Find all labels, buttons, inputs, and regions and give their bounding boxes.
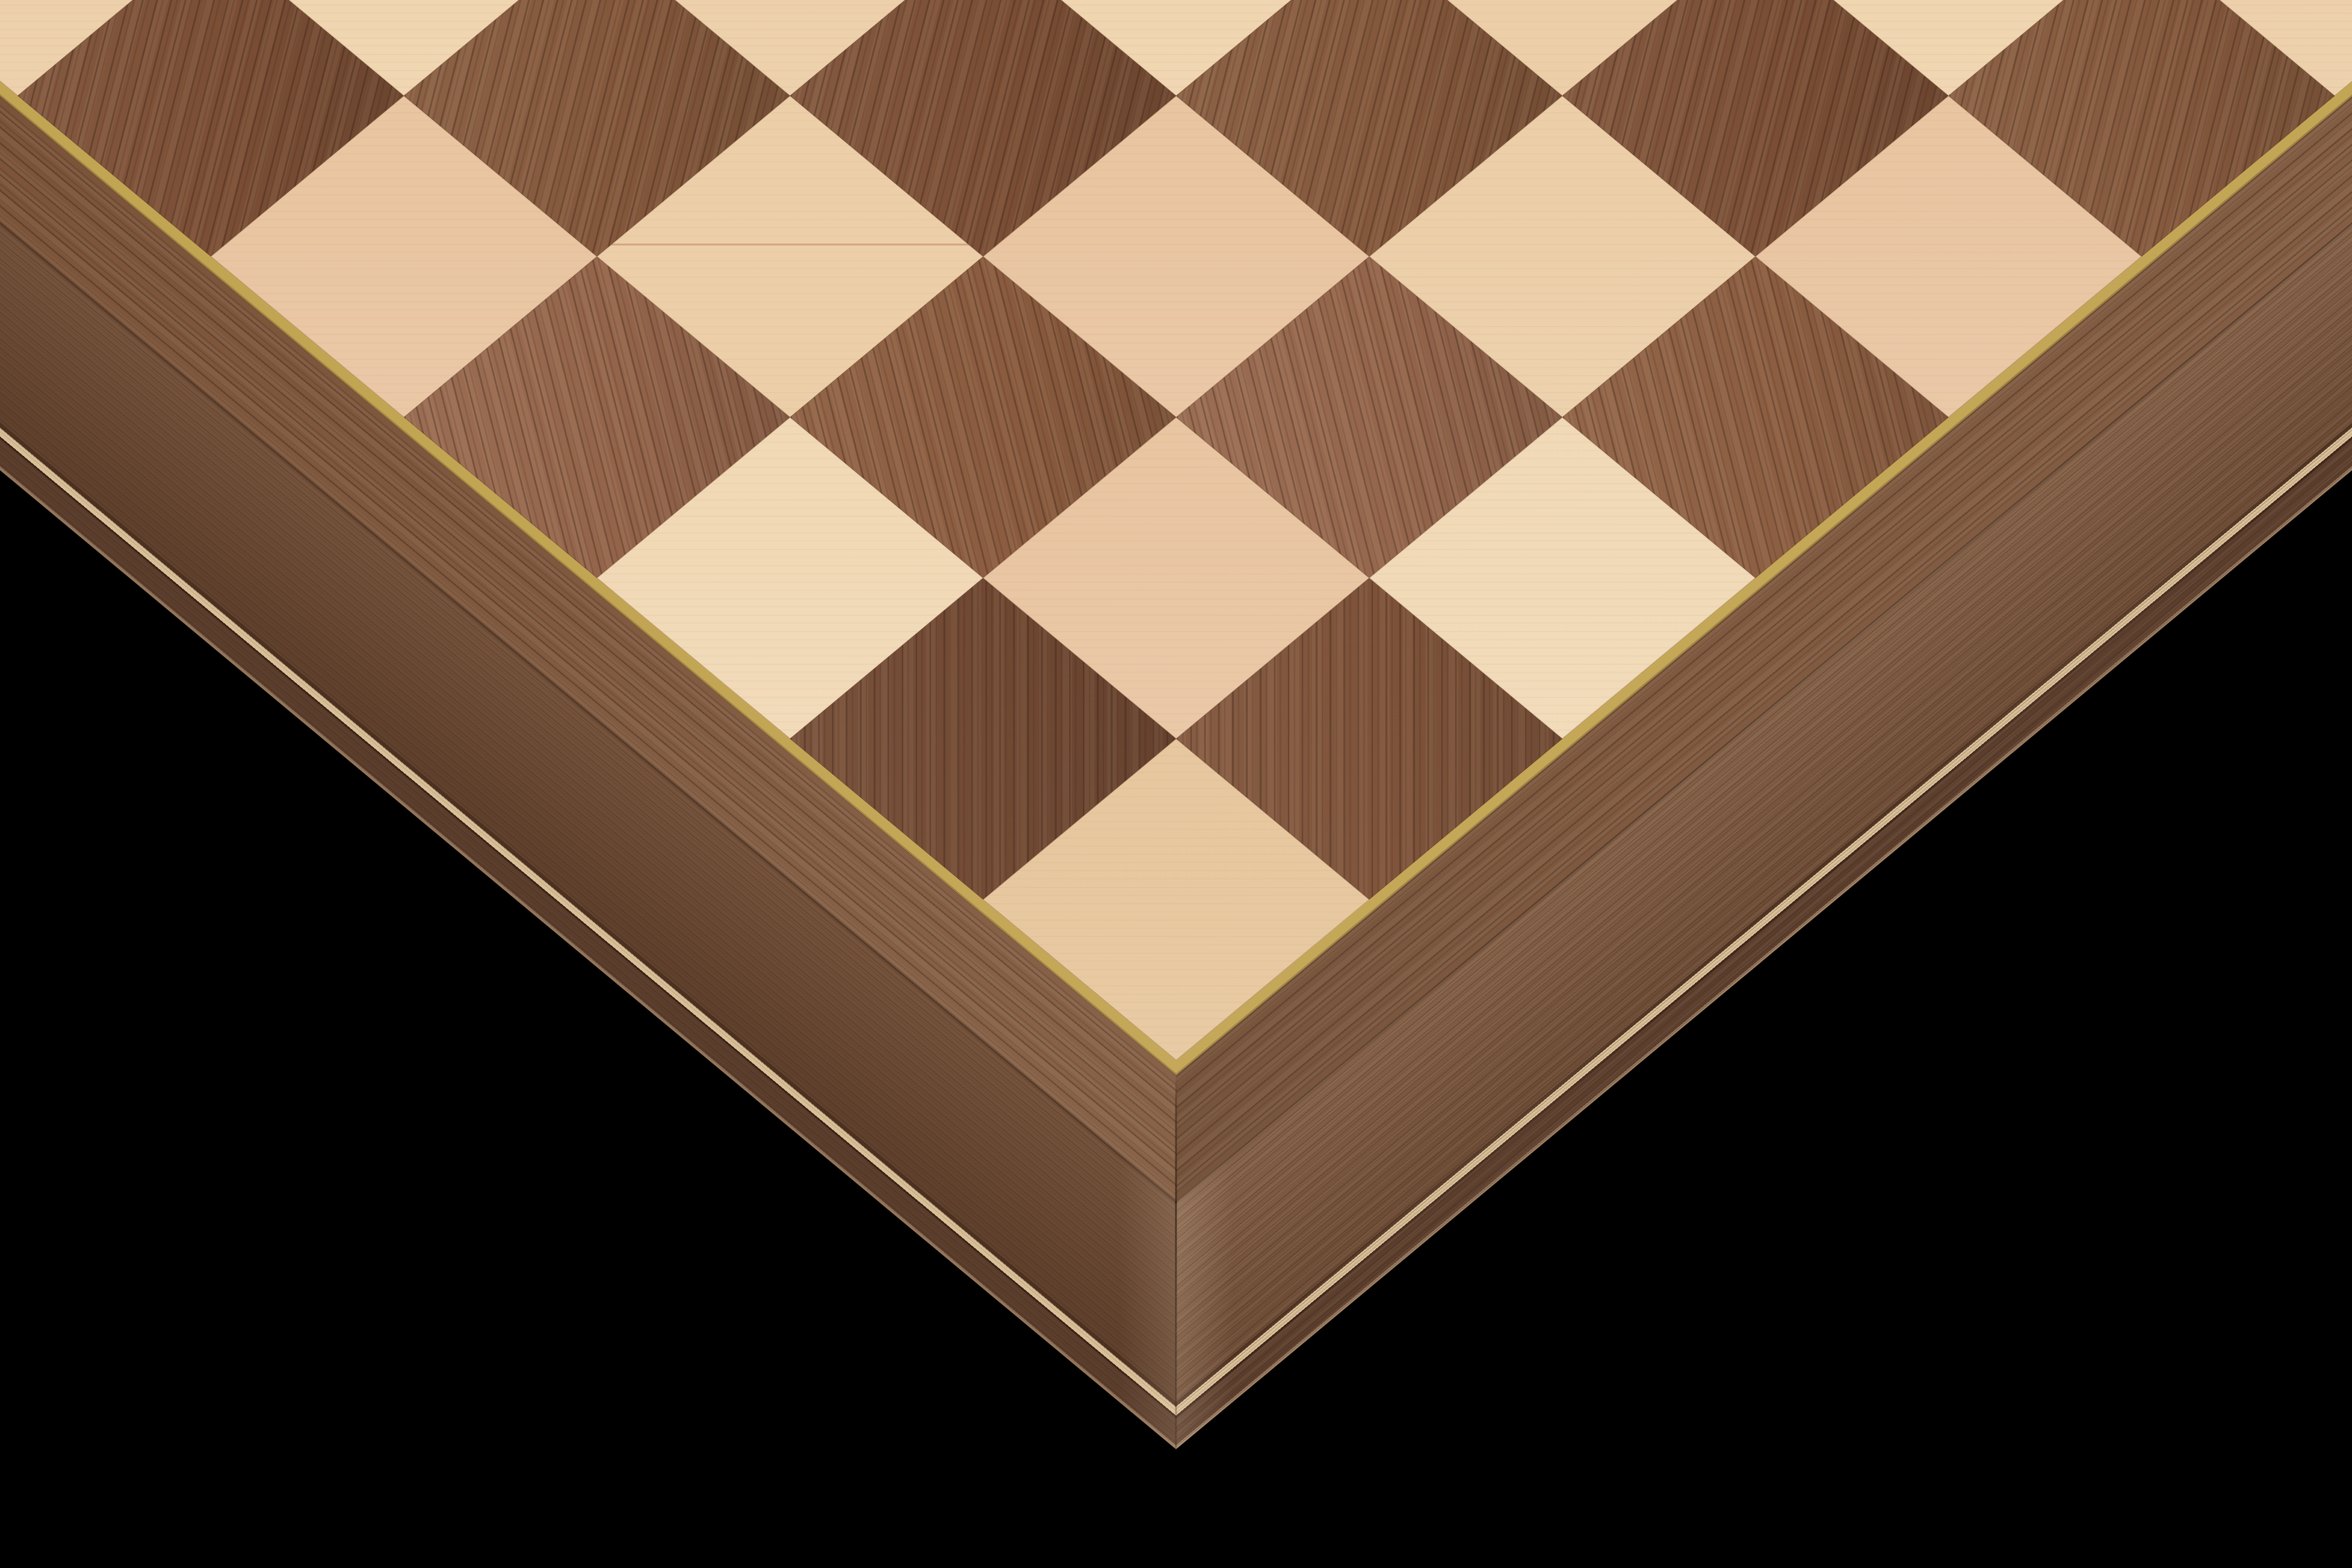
frame-miter-seam	[1175, 1075, 1177, 1203]
board-corner-edge	[1175, 1202, 1177, 1449]
photo-background	[0, 0, 2352, 1568]
